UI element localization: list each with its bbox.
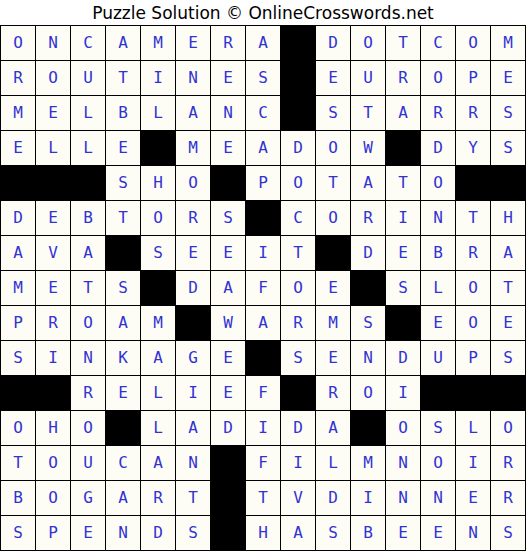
letter-cell-r10c12: D bbox=[386, 341, 420, 375]
letter-cell-r1c14: O bbox=[456, 26, 490, 60]
letter-cell-r3c1: M bbox=[1, 96, 35, 130]
black-cell-r12c11 bbox=[351, 411, 385, 445]
letter-cell-r5c9: O bbox=[281, 166, 315, 200]
black-cell-r12c4 bbox=[106, 411, 140, 445]
letter-cell-r8c12: S bbox=[386, 271, 420, 305]
letter-cell-r3c5: L bbox=[141, 96, 175, 130]
letter-cell-r15c9: A bbox=[281, 516, 315, 550]
black-cell-r10c8 bbox=[246, 341, 280, 375]
letter-cell-r12c12: O bbox=[386, 411, 420, 445]
black-cell-r11c15 bbox=[491, 376, 525, 410]
letter-cell-r1c1: O bbox=[1, 26, 35, 60]
letter-cell-r6c2: E bbox=[36, 201, 70, 235]
letter-cell-r12c2: H bbox=[36, 411, 70, 445]
letter-cell-r9c9: R bbox=[281, 306, 315, 340]
letter-cell-r4c14: Y bbox=[456, 131, 490, 165]
letter-cell-r10c4: K bbox=[106, 341, 140, 375]
letter-cell-r6c14: T bbox=[456, 201, 490, 235]
letter-cell-r9c4: A bbox=[106, 306, 140, 340]
letter-cell-r8c8: F bbox=[246, 271, 280, 305]
black-cell-r11c14 bbox=[456, 376, 490, 410]
letter-cell-r5c6: O bbox=[176, 166, 210, 200]
letter-cell-r1c8: A bbox=[246, 26, 280, 60]
black-cell-r13c7 bbox=[211, 446, 245, 480]
letter-cell-r13c2: O bbox=[36, 446, 70, 480]
letter-cell-r8c15: T bbox=[491, 271, 525, 305]
letter-cell-r2c11: U bbox=[351, 61, 385, 95]
letter-cell-r15c3: E bbox=[71, 516, 105, 550]
letter-cell-r10c11: N bbox=[351, 341, 385, 375]
letter-cell-r8c7: A bbox=[211, 271, 245, 305]
letter-cell-r2c7: E bbox=[211, 61, 245, 95]
letter-cell-r3c13: R bbox=[421, 96, 455, 130]
letter-cell-r8c9: O bbox=[281, 271, 315, 305]
letter-cell-r9c2: R bbox=[36, 306, 70, 340]
letter-cell-r12c1: O bbox=[1, 411, 35, 445]
letter-cell-r7c12: E bbox=[386, 236, 420, 270]
letter-cell-r12c15: O bbox=[491, 411, 525, 445]
letter-cell-r6c10: O bbox=[316, 201, 350, 235]
letter-cell-r10c10: E bbox=[316, 341, 350, 375]
letter-cell-r7c3: A bbox=[71, 236, 105, 270]
letter-cell-r11c6: I bbox=[176, 376, 210, 410]
letter-cell-r14c14: E bbox=[456, 481, 490, 515]
black-cell-r4c12 bbox=[386, 131, 420, 165]
letter-cell-r13c13: O bbox=[421, 446, 455, 480]
letter-cell-r14c1: B bbox=[1, 481, 35, 515]
letter-cell-r8c2: E bbox=[36, 271, 70, 305]
letter-cell-r10c6: G bbox=[176, 341, 210, 375]
letter-cell-r4c7: E bbox=[211, 131, 245, 165]
black-cell-r1c9 bbox=[281, 26, 315, 60]
letter-cell-r1c12: T bbox=[386, 26, 420, 60]
letter-cell-r10c2: I bbox=[36, 341, 70, 375]
letter-cell-r7c1: A bbox=[1, 236, 35, 270]
letter-cell-r2c14: P bbox=[456, 61, 490, 95]
letter-cell-r5c11: A bbox=[351, 166, 385, 200]
letter-cell-r5c10: T bbox=[316, 166, 350, 200]
letter-cell-r15c2: P bbox=[36, 516, 70, 550]
letter-cell-r1c3: C bbox=[71, 26, 105, 60]
letter-cell-r8c3: T bbox=[71, 271, 105, 305]
letter-cell-r3c8: C bbox=[246, 96, 280, 130]
letter-cell-r12c3: O bbox=[71, 411, 105, 445]
letter-cell-r11c5: L bbox=[141, 376, 175, 410]
letter-cell-r7c11: D bbox=[351, 236, 385, 270]
letter-cell-r2c1: R bbox=[1, 61, 35, 95]
letter-cell-r5c8: P bbox=[246, 166, 280, 200]
letter-cell-r3c11: T bbox=[351, 96, 385, 130]
letter-cell-r14c15: R bbox=[491, 481, 525, 515]
letter-cell-r4c9: D bbox=[281, 131, 315, 165]
letter-cell-r9c11: S bbox=[351, 306, 385, 340]
letter-cell-r14c2: O bbox=[36, 481, 70, 515]
letter-cell-r4c15: S bbox=[491, 131, 525, 165]
letter-cell-r13c12: N bbox=[386, 446, 420, 480]
letter-cell-r9c13: E bbox=[421, 306, 455, 340]
letter-cell-r15c8: H bbox=[246, 516, 280, 550]
black-cell-r5c3 bbox=[71, 166, 105, 200]
letter-cell-r12c6: A bbox=[176, 411, 210, 445]
letter-cell-r10c1: S bbox=[1, 341, 35, 375]
letter-cell-r8c10: E bbox=[316, 271, 350, 305]
letter-cell-r15c15: S bbox=[491, 516, 525, 550]
letter-cell-r4c1: E bbox=[1, 131, 35, 165]
crossword-grid: ONCAMERADOTCOMROUTINESEUROPEMELBLANCSTAR… bbox=[0, 25, 526, 551]
letter-cell-r12c13: S bbox=[421, 411, 455, 445]
letter-cell-r15c6: S bbox=[176, 516, 210, 550]
letter-cell-r11c12: I bbox=[386, 376, 420, 410]
letter-cell-r6c11: R bbox=[351, 201, 385, 235]
letter-cell-r7c15: A bbox=[491, 236, 525, 270]
letter-cell-r1c6: E bbox=[176, 26, 210, 60]
letter-cell-r12c9: D bbox=[281, 411, 315, 445]
letter-cell-r2c12: R bbox=[386, 61, 420, 95]
letter-cell-r3c4: B bbox=[106, 96, 140, 130]
black-cell-r9c12 bbox=[386, 306, 420, 340]
letter-cell-r8c6: D bbox=[176, 271, 210, 305]
letter-cell-r4c10: O bbox=[316, 131, 350, 165]
black-cell-r5c1 bbox=[1, 166, 35, 200]
letter-cell-r15c1: S bbox=[1, 516, 35, 550]
letter-cell-r15c10: S bbox=[316, 516, 350, 550]
letter-cell-r14c11: I bbox=[351, 481, 385, 515]
black-cell-r4c5 bbox=[141, 131, 175, 165]
letter-cell-r10c15: S bbox=[491, 341, 525, 375]
letter-cell-r14c5: R bbox=[141, 481, 175, 515]
black-cell-r5c15 bbox=[491, 166, 525, 200]
letter-cell-r2c2: O bbox=[36, 61, 70, 95]
letter-cell-r5c13: O bbox=[421, 166, 455, 200]
letter-cell-r10c13: U bbox=[421, 341, 455, 375]
letter-cell-r5c12: T bbox=[386, 166, 420, 200]
letter-cell-r7c5: S bbox=[141, 236, 175, 270]
letter-cell-r9c14: O bbox=[456, 306, 490, 340]
black-cell-r9c6 bbox=[176, 306, 210, 340]
letter-cell-r9c3: O bbox=[71, 306, 105, 340]
black-cell-r11c9 bbox=[281, 376, 315, 410]
letter-cell-r6c6: R bbox=[176, 201, 210, 235]
letter-cell-r7c14: R bbox=[456, 236, 490, 270]
letter-cell-r13c11: M bbox=[351, 446, 385, 480]
letter-cell-r8c1: M bbox=[1, 271, 35, 305]
letter-cell-r1c15: M bbox=[491, 26, 525, 60]
letter-cell-r13c3: U bbox=[71, 446, 105, 480]
black-cell-r14c7 bbox=[211, 481, 245, 515]
letter-cell-r13c9: I bbox=[281, 446, 315, 480]
letter-cell-r1c2: N bbox=[36, 26, 70, 60]
letter-cell-r15c11: B bbox=[351, 516, 385, 550]
letter-cell-r7c6: E bbox=[176, 236, 210, 270]
letter-cell-r15c5: D bbox=[141, 516, 175, 550]
letter-cell-r14c4: A bbox=[106, 481, 140, 515]
letter-cell-r12c5: L bbox=[141, 411, 175, 445]
black-cell-r7c10 bbox=[316, 236, 350, 270]
letter-cell-r13c4: C bbox=[106, 446, 140, 480]
letter-cell-r6c4: T bbox=[106, 201, 140, 235]
letter-cell-r3c2: E bbox=[36, 96, 70, 130]
letter-cell-r13c8: F bbox=[246, 446, 280, 480]
letter-cell-r4c4: E bbox=[106, 131, 140, 165]
letter-cell-r2c13: O bbox=[421, 61, 455, 95]
letter-cell-r12c10: A bbox=[316, 411, 350, 445]
letter-cell-r1c4: A bbox=[106, 26, 140, 60]
letter-cell-r1c10: D bbox=[316, 26, 350, 60]
letter-cell-r3c15: S bbox=[491, 96, 525, 130]
letter-cell-r7c8: I bbox=[246, 236, 280, 270]
letter-cell-r13c14: I bbox=[456, 446, 490, 480]
black-cell-r5c14 bbox=[456, 166, 490, 200]
letter-cell-r6c12: I bbox=[386, 201, 420, 235]
letter-cell-r6c7: S bbox=[211, 201, 245, 235]
letter-cell-r1c11: O bbox=[351, 26, 385, 60]
letter-cell-r2c8: S bbox=[246, 61, 280, 95]
black-cell-r8c5 bbox=[141, 271, 175, 305]
black-cell-r5c2 bbox=[36, 166, 70, 200]
letter-cell-r14c8: T bbox=[246, 481, 280, 515]
letter-cell-r15c13: E bbox=[421, 516, 455, 550]
letter-cell-r9c7: W bbox=[211, 306, 245, 340]
black-cell-r8c11 bbox=[351, 271, 385, 305]
letter-cell-r11c8: F bbox=[246, 376, 280, 410]
letter-cell-r7c2: V bbox=[36, 236, 70, 270]
letter-cell-r2c10: E bbox=[316, 61, 350, 95]
letter-cell-r4c8: A bbox=[246, 131, 280, 165]
letter-cell-r10c5: A bbox=[141, 341, 175, 375]
letter-cell-r13c10: L bbox=[316, 446, 350, 480]
letter-cell-r3c6: A bbox=[176, 96, 210, 130]
letter-cell-r6c15: H bbox=[491, 201, 525, 235]
letter-cell-r15c14: N bbox=[456, 516, 490, 550]
letter-cell-r8c13: L bbox=[421, 271, 455, 305]
letter-cell-r2c6: N bbox=[176, 61, 210, 95]
letter-cell-r15c12: E bbox=[386, 516, 420, 550]
black-cell-r3c9 bbox=[281, 96, 315, 130]
letter-cell-r1c7: R bbox=[211, 26, 245, 60]
letter-cell-r3c7: N bbox=[211, 96, 245, 130]
letter-cell-r14c6: T bbox=[176, 481, 210, 515]
letter-cell-r3c12: A bbox=[386, 96, 420, 130]
letter-cell-r11c3: R bbox=[71, 376, 105, 410]
black-cell-r6c8 bbox=[246, 201, 280, 235]
letter-cell-r7c9: T bbox=[281, 236, 315, 270]
letter-cell-r11c7: E bbox=[211, 376, 245, 410]
letter-cell-r12c7: D bbox=[211, 411, 245, 445]
letter-cell-r3c10: S bbox=[316, 96, 350, 130]
letter-cell-r9c15: E bbox=[491, 306, 525, 340]
letter-cell-r10c7: E bbox=[211, 341, 245, 375]
letter-cell-r14c10: D bbox=[316, 481, 350, 515]
letter-cell-r2c5: I bbox=[141, 61, 175, 95]
letter-cell-r6c1: D bbox=[1, 201, 35, 235]
black-cell-r15c7 bbox=[211, 516, 245, 550]
letter-cell-r14c12: N bbox=[386, 481, 420, 515]
letter-cell-r2c3: U bbox=[71, 61, 105, 95]
letter-cell-r4c3: L bbox=[71, 131, 105, 165]
letter-cell-r4c13: D bbox=[421, 131, 455, 165]
letter-cell-r14c9: V bbox=[281, 481, 315, 515]
black-cell-r7c4 bbox=[106, 236, 140, 270]
black-cell-r11c2 bbox=[36, 376, 70, 410]
letter-cell-r8c14: O bbox=[456, 271, 490, 305]
letter-cell-r9c1: P bbox=[1, 306, 35, 340]
letter-cell-r13c15: R bbox=[491, 446, 525, 480]
letter-cell-r2c15: E bbox=[491, 61, 525, 95]
letter-cell-r14c3: G bbox=[71, 481, 105, 515]
letter-cell-r1c5: M bbox=[141, 26, 175, 60]
letter-cell-r6c9: C bbox=[281, 201, 315, 235]
letter-cell-r12c8: I bbox=[246, 411, 280, 445]
page-title: Puzzle Solution © OnlineCrosswords.net bbox=[0, 0, 526, 25]
letter-cell-r12c14: L bbox=[456, 411, 490, 445]
letter-cell-r1c13: C bbox=[421, 26, 455, 60]
black-cell-r11c13 bbox=[421, 376, 455, 410]
letter-cell-r7c7: E bbox=[211, 236, 245, 270]
black-cell-r2c9 bbox=[281, 61, 315, 95]
letter-cell-r4c11: W bbox=[351, 131, 385, 165]
black-cell-r11c1 bbox=[1, 376, 35, 410]
letter-cell-r5c4: S bbox=[106, 166, 140, 200]
letter-cell-r11c11: O bbox=[351, 376, 385, 410]
letter-cell-r4c6: M bbox=[176, 131, 210, 165]
letter-cell-r11c10: R bbox=[316, 376, 350, 410]
puzzle-solution-page: Puzzle Solution © OnlineCrosswords.net O… bbox=[0, 0, 526, 551]
letter-cell-r8c4: S bbox=[106, 271, 140, 305]
letter-cell-r5c5: H bbox=[141, 166, 175, 200]
letter-cell-r3c3: L bbox=[71, 96, 105, 130]
letter-cell-r3c14: R bbox=[456, 96, 490, 130]
letter-cell-r4c2: L bbox=[36, 131, 70, 165]
letter-cell-r10c9: S bbox=[281, 341, 315, 375]
letter-cell-r6c13: N bbox=[421, 201, 455, 235]
black-cell-r5c7 bbox=[211, 166, 245, 200]
letter-cell-r10c14: P bbox=[456, 341, 490, 375]
letter-cell-r9c8: A bbox=[246, 306, 280, 340]
letter-cell-r2c4: T bbox=[106, 61, 140, 95]
letter-cell-r10c3: N bbox=[71, 341, 105, 375]
letter-cell-r6c3: B bbox=[71, 201, 105, 235]
letter-cell-r9c5: M bbox=[141, 306, 175, 340]
letter-cell-r6c5: O bbox=[141, 201, 175, 235]
letter-cell-r7c13: B bbox=[421, 236, 455, 270]
letter-cell-r15c4: N bbox=[106, 516, 140, 550]
letter-cell-r14c13: N bbox=[421, 481, 455, 515]
letter-cell-r13c1: T bbox=[1, 446, 35, 480]
letter-cell-r11c4: E bbox=[106, 376, 140, 410]
letter-cell-r9c10: M bbox=[316, 306, 350, 340]
letter-cell-r13c6: N bbox=[176, 446, 210, 480]
letter-cell-r13c5: A bbox=[141, 446, 175, 480]
